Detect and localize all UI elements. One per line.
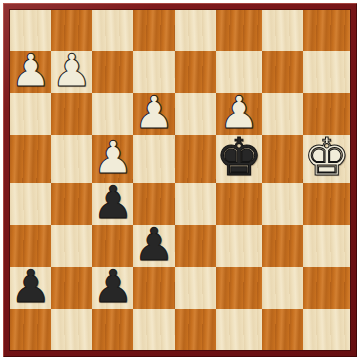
square-f4[interactable] xyxy=(216,183,263,225)
square-h1[interactable] xyxy=(303,309,350,350)
square-c4[interactable]: ♟ xyxy=(92,183,133,225)
square-d3[interactable]: ♟ xyxy=(133,225,174,267)
square-c2[interactable]: ♟ xyxy=(92,267,133,309)
square-h2[interactable] xyxy=(303,267,350,309)
square-g6[interactable] xyxy=(262,93,303,135)
square-e5[interactable] xyxy=(175,135,216,183)
square-b7[interactable]: ♟ xyxy=(51,51,92,93)
square-a4[interactable] xyxy=(10,183,51,225)
black-pawn-d3[interactable]: ♟ xyxy=(134,222,174,267)
white-pawn-c5[interactable]: ♟ xyxy=(93,135,133,180)
square-e7[interactable] xyxy=(175,51,216,93)
square-h8[interactable] xyxy=(303,10,350,51)
square-d1[interactable] xyxy=(133,309,174,350)
square-f8[interactable] xyxy=(216,10,263,51)
square-g2[interactable] xyxy=(262,267,303,309)
square-a1[interactable] xyxy=(10,309,51,350)
black-pawn-c4[interactable]: ♟ xyxy=(93,180,133,225)
square-g8[interactable] xyxy=(262,10,303,51)
square-e3[interactable] xyxy=(175,225,216,267)
black-pawn-a2[interactable]: ♟ xyxy=(10,264,50,309)
square-h7[interactable] xyxy=(303,51,350,93)
square-c8[interactable] xyxy=(92,10,133,51)
square-h5[interactable]: ♚ xyxy=(303,135,350,183)
board-frame: ♟♟♟♟♟♚♚♟♟♟♟ xyxy=(3,3,357,357)
square-b1[interactable] xyxy=(51,309,92,350)
square-g1[interactable] xyxy=(262,309,303,350)
square-e2[interactable] xyxy=(175,267,216,309)
square-f1[interactable] xyxy=(216,309,263,350)
square-h3[interactable] xyxy=(303,225,350,267)
square-e8[interactable] xyxy=(175,10,216,51)
square-e6[interactable] xyxy=(175,93,216,135)
square-a2[interactable]: ♟ xyxy=(10,267,51,309)
white-pawn-b7[interactable]: ♟ xyxy=(52,48,92,93)
square-d5[interactable] xyxy=(133,135,174,183)
white-pawn-a7[interactable]: ♟ xyxy=(10,48,50,93)
square-a7[interactable]: ♟ xyxy=(10,51,51,93)
square-b5[interactable] xyxy=(51,135,92,183)
square-f5[interactable]: ♚ xyxy=(216,135,263,183)
square-d6[interactable]: ♟ xyxy=(133,93,174,135)
white-king-h5[interactable]: ♚ xyxy=(303,131,350,183)
square-h4[interactable] xyxy=(303,183,350,225)
square-c6[interactable] xyxy=(92,93,133,135)
square-e4[interactable] xyxy=(175,183,216,225)
square-b3[interactable] xyxy=(51,225,92,267)
square-d8[interactable] xyxy=(133,10,174,51)
square-a6[interactable] xyxy=(10,93,51,135)
chess-board: ♟♟♟♟♟♚♚♟♟♟♟ xyxy=(10,10,350,350)
white-pawn-d6[interactable]: ♟ xyxy=(134,90,174,135)
square-d2[interactable] xyxy=(133,267,174,309)
square-b2[interactable] xyxy=(51,267,92,309)
square-g4[interactable] xyxy=(262,183,303,225)
square-c1[interactable] xyxy=(92,309,133,350)
square-b4[interactable] xyxy=(51,183,92,225)
square-e1[interactable] xyxy=(175,309,216,350)
chess-diagram: ♟♟♟♟♟♚♚♟♟♟♟ xyxy=(0,0,360,360)
square-g3[interactable] xyxy=(262,225,303,267)
square-f2[interactable] xyxy=(216,267,263,309)
square-a5[interactable] xyxy=(10,135,51,183)
square-c7[interactable] xyxy=(92,51,133,93)
square-g5[interactable] xyxy=(262,135,303,183)
black-pawn-c2[interactable]: ♟ xyxy=(93,264,133,309)
square-b6[interactable] xyxy=(51,93,92,135)
square-g7[interactable] xyxy=(262,51,303,93)
black-king-f5[interactable]: ♚ xyxy=(216,131,263,183)
square-f3[interactable] xyxy=(216,225,263,267)
